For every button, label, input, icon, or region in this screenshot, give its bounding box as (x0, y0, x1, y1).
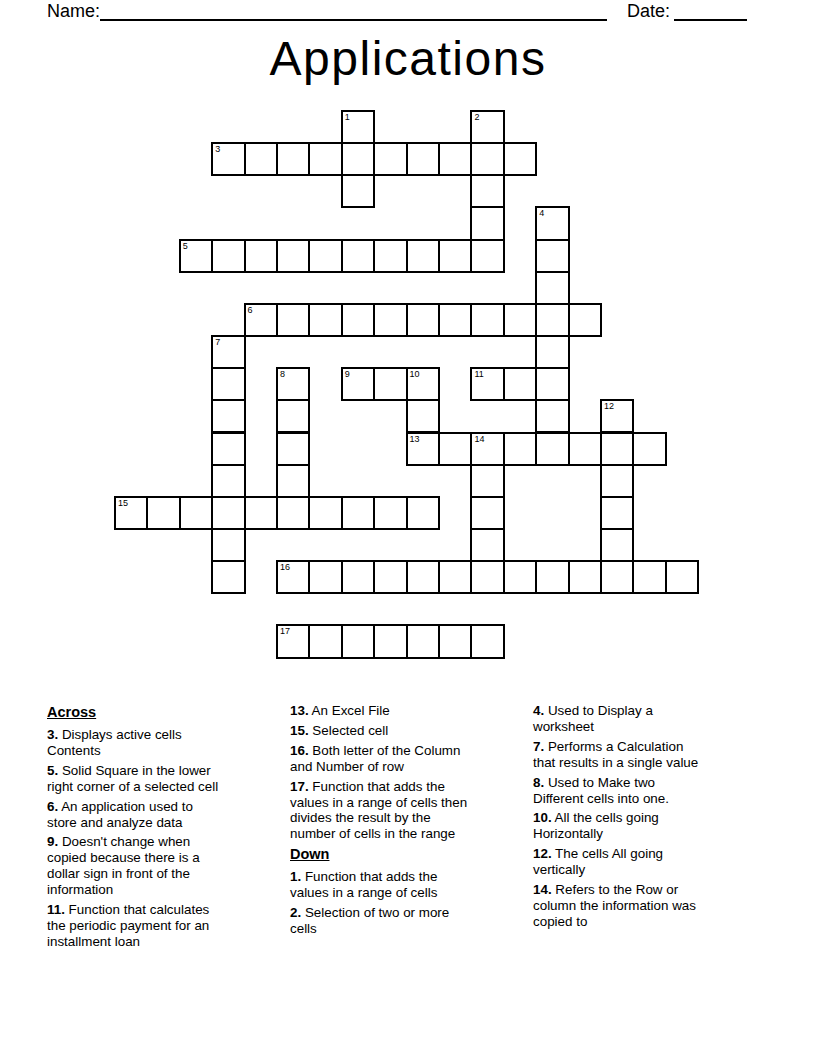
cell-number: 1 (345, 112, 350, 122)
clue-13: 13. An Excel File (290, 703, 538, 719)
cell-number: 16 (280, 562, 290, 572)
clue-number-label: 5. (47, 763, 58, 778)
crossword-cell[interactable] (276, 303, 310, 337)
crossword-cell[interactable] (470, 528, 504, 562)
crossword-cell[interactable]: 3 (211, 142, 245, 176)
crossword-cell[interactable]: 2 (470, 110, 504, 144)
crossword-cell[interactable] (535, 271, 569, 305)
crossword-cell[interactable] (373, 560, 407, 594)
crossword-cell[interactable] (406, 303, 440, 337)
crossword-cell[interactable] (470, 174, 504, 208)
crossword-cell[interactable] (568, 432, 602, 466)
crossword-cell[interactable] (503, 303, 537, 337)
crossword-cell[interactable] (308, 560, 342, 594)
crossword-cell[interactable] (276, 399, 310, 433)
clue-16: 16. Both letter of the Column and Number… (290, 743, 538, 775)
clue-column: 4. Used to Display a worksheet7. Perform… (533, 703, 765, 934)
clue-number-label: 6. (47, 799, 58, 814)
crossword-cell[interactable] (211, 560, 245, 594)
crossword-cell[interactable] (470, 560, 504, 594)
crossword-cell[interactable] (600, 528, 634, 562)
cell-number: 13 (410, 434, 420, 444)
clue-number-label: 11. (47, 902, 65, 917)
crossword-cell[interactable] (276, 464, 310, 498)
clue-3: 3. Displays active cells Contents (47, 727, 279, 759)
crossword-cell[interactable] (438, 560, 472, 594)
crossword-cell[interactable] (568, 560, 602, 594)
crossword-cell[interactable] (406, 142, 440, 176)
cell-number: 6 (248, 305, 253, 315)
clue-number-label: 13. (290, 703, 309, 718)
clue-8: 8. Used to Make two Different cells into… (533, 775, 765, 807)
clue-5: 5. Solid Square in the lower right corne… (47, 763, 279, 795)
crossword-cell[interactable] (438, 239, 472, 273)
crossword-cell[interactable] (341, 624, 375, 658)
crossword-cell[interactable] (276, 432, 310, 466)
clue-4: 4. Used to Display a worksheet (533, 703, 765, 735)
crossword-cell[interactable] (146, 496, 180, 530)
crossword-cell[interactable] (503, 560, 537, 594)
crossword-cell[interactable] (535, 303, 569, 337)
crossword-cell[interactable] (308, 496, 342, 530)
crossword-cell[interactable] (503, 432, 537, 466)
clue-14: 14. Refers to the Row or column the info… (533, 882, 765, 930)
crossword-cell[interactable] (373, 624, 407, 658)
cell-number: 12 (604, 401, 614, 411)
crossword-cell[interactable]: 1 (341, 110, 375, 144)
cell-number: 15 (118, 498, 128, 508)
clue-number-label: 15. (290, 723, 309, 738)
crossword-cell[interactable] (406, 239, 440, 273)
crossword-cell[interactable] (308, 624, 342, 658)
worksheet-title: Applications (0, 31, 816, 87)
clue-number-label: 3. (47, 727, 58, 742)
crossword-cell[interactable] (535, 367, 569, 401)
crossword-cell[interactable] (276, 239, 310, 273)
clue-9: 9. Doesn't change when copied because th… (47, 834, 279, 898)
crossword-cell[interactable] (632, 432, 666, 466)
crossword-cell[interactable] (470, 142, 504, 176)
crossword-cell[interactable] (535, 239, 569, 273)
clue-12: 12. The cells All going vertically (533, 846, 765, 878)
crossword-cell[interactable] (308, 239, 342, 273)
crossword-cell[interactable] (470, 239, 504, 273)
clue-list-header-across: Across (47, 704, 279, 720)
crossword-cell[interactable]: 12 (600, 399, 634, 433)
crossword-cell[interactable] (406, 399, 440, 433)
name-line (100, 19, 607, 21)
crossword-cell[interactable]: 6 (244, 303, 278, 337)
crossword-cell[interactable] (470, 303, 504, 337)
crossword-cell[interactable] (406, 624, 440, 658)
crossword-cell[interactable]: 15 (114, 496, 148, 530)
crossword-cell[interactable]: 4 (535, 206, 569, 240)
crossword-cell[interactable] (308, 303, 342, 337)
crossword-cell[interactable] (341, 560, 375, 594)
crossword-cell[interactable] (600, 496, 634, 530)
crossword-cell[interactable] (470, 624, 504, 658)
cell-number: 2 (474, 112, 479, 122)
clue-number-label: 14. (533, 882, 552, 897)
crossword-cell[interactable] (535, 335, 569, 369)
crossword-cell[interactable] (308, 142, 342, 176)
cell-number: 10 (410, 369, 420, 379)
crossword-cell[interactable] (470, 464, 504, 498)
cell-number: 3 (215, 144, 220, 154)
clue-number-label: 2. (290, 905, 301, 920)
crossword-cell[interactable]: 9 (341, 367, 375, 401)
crossword-cell[interactable] (535, 432, 569, 466)
clue-column: 13. An Excel File15. Selected cell16. Bo… (290, 703, 538, 941)
crossword-cell[interactable] (211, 367, 245, 401)
crossword-cell[interactable] (211, 239, 245, 273)
crossword-cell[interactable] (373, 239, 407, 273)
cell-number: 14 (474, 434, 484, 444)
crossword-cell[interactable] (341, 142, 375, 176)
crossword-cell[interactable] (341, 174, 375, 208)
crossword-cell[interactable] (341, 496, 375, 530)
cell-number: 8 (280, 369, 285, 379)
clue-number-label: 8. (533, 775, 544, 790)
crossword-cell[interactable] (244, 496, 278, 530)
crossword-cell[interactable] (632, 560, 666, 594)
clue-number-label: 9. (47, 834, 58, 849)
clue-column: Across3. Displays active cells Contents5… (47, 703, 279, 954)
crossword-cell[interactable] (600, 560, 634, 594)
crossword-cell[interactable]: 16 (276, 560, 310, 594)
cell-number: 4 (539, 208, 544, 218)
crossword-cell[interactable]: 8 (276, 367, 310, 401)
crossword-cell[interactable] (406, 560, 440, 594)
date-line (674, 19, 747, 21)
clue-15: 15. Selected cell (290, 723, 538, 739)
clue-number-label: 12. (533, 846, 552, 861)
crossword-cell[interactable] (503, 367, 537, 401)
clue-number-label: 4. (533, 703, 544, 718)
cell-number: 11 (474, 369, 483, 379)
clue-number-label: 1. (290, 869, 301, 884)
crossword-cell[interactable]: 14 (470, 432, 504, 466)
crossword-cell[interactable] (341, 239, 375, 273)
clue-number-label: 16. (290, 743, 309, 758)
clue-number-label: 10. (533, 810, 552, 825)
cell-number: 17 (280, 626, 290, 636)
crossword-cell[interactable]: 5 (179, 239, 213, 273)
crossword-cell[interactable] (470, 206, 504, 240)
crossword-cell[interactable] (503, 142, 537, 176)
name-label: Name: (47, 1, 100, 22)
crossword-cell[interactable]: 17 (276, 624, 310, 658)
date-label: Date: (627, 1, 670, 22)
clue-list-header-down: Down (290, 846, 538, 862)
crossword-cell[interactable] (665, 560, 699, 594)
crossword-cell[interactable] (211, 528, 245, 562)
crossword-cell[interactable] (470, 496, 504, 530)
clue-10: 10. All the cells going Horizontally (533, 810, 765, 842)
crossword-cell[interactable] (244, 142, 278, 176)
clue-number-label: 7. (533, 739, 544, 754)
clue-11: 11. Function that calculates the periodi… (47, 902, 279, 950)
crossword-cell[interactable] (276, 142, 310, 176)
crossword-cell[interactable] (211, 399, 245, 433)
crossword-cell[interactable] (341, 303, 375, 337)
crossword-cell[interactable] (211, 464, 245, 498)
crossword-cell[interactable] (211, 432, 245, 466)
crossword-cell[interactable] (276, 496, 310, 530)
clue-number-label: 17. (290, 779, 309, 794)
cell-number: 5 (183, 241, 188, 251)
cell-number: 9 (345, 369, 350, 379)
clue-17: 17. Function that adds the values in a r… (290, 779, 538, 843)
cell-number: 7 (215, 337, 220, 347)
crossword-cell[interactable] (438, 142, 472, 176)
clue-6: 6. An application used to store and anal… (47, 799, 279, 831)
crossword-cell[interactable] (211, 496, 245, 530)
clue-7: 7. Performs a Calculation that results i… (533, 739, 765, 771)
crossword-cell[interactable] (535, 399, 569, 433)
crossword-cell[interactable]: 11 (470, 367, 504, 401)
crossword-cell[interactable] (179, 496, 213, 530)
crossword-cell[interactable]: 7 (211, 335, 245, 369)
crossword-cell[interactable] (600, 432, 634, 466)
crossword-cell[interactable] (373, 496, 407, 530)
crossword-cell[interactable]: 13 (406, 432, 440, 466)
crossword-cell[interactable] (373, 303, 407, 337)
crossword-cell[interactable] (438, 303, 472, 337)
crossword-cell[interactable] (535, 560, 569, 594)
clue-2: 2. Selection of two or more cells (290, 905, 538, 937)
crossword-cell[interactable] (373, 367, 407, 401)
crossword-cell[interactable] (373, 142, 407, 176)
crossword-cell[interactable]: 10 (406, 367, 440, 401)
crossword-cell[interactable] (600, 464, 634, 498)
crossword-cell[interactable] (244, 239, 278, 273)
crossword-cell[interactable] (406, 496, 440, 530)
crossword-cell[interactable] (438, 624, 472, 658)
crossword-cell[interactable] (438, 432, 472, 466)
clue-1: 1. Function that adds the values in a ra… (290, 869, 538, 901)
crossword-cell[interactable] (568, 303, 602, 337)
